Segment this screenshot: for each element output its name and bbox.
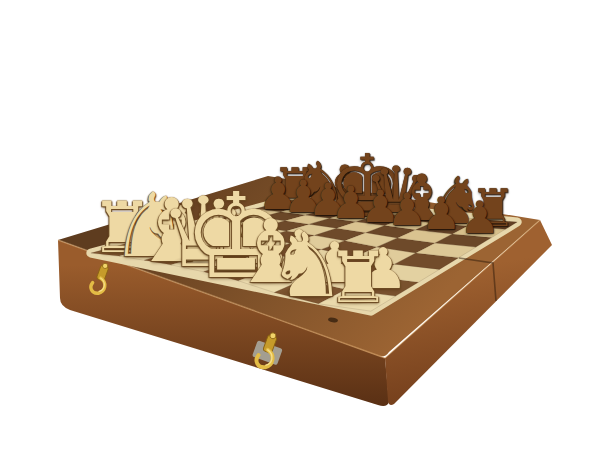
piece-black-pawn-h7[interactable]: ♟ xyxy=(459,196,499,241)
chess-set-photo: ♜♞♟♝♟♚♟♛♟♝♟♞♜♟♟♟♟♟♟♜♟♞♝♟♛♟♚♝♟♟♞♜ xyxy=(0,0,600,450)
piece-white-rook-h1[interactable]: ♜ xyxy=(326,243,389,314)
piece-black-pawn-g7[interactable]: ♟ xyxy=(421,192,461,237)
